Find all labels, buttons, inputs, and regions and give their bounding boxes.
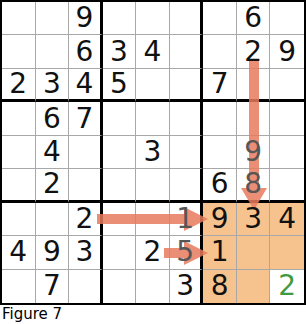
cell-r2c8: 2 — [237, 35, 271, 68]
digit-r7c6: 1 — [176, 205, 194, 233]
sudoku-grid: 96634292345767439268219344932517382 — [2, 2, 304, 303]
cell-r8c1: 4 — [2, 236, 36, 269]
digit-r7c7: 9 — [211, 205, 229, 233]
cell-r6c3 — [69, 169, 103, 202]
cell-r2c7 — [203, 35, 237, 68]
cell-r3c4: 5 — [103, 69, 137, 102]
cell-r9c9: 2 — [270, 270, 304, 303]
digit-r7c8: 3 — [244, 205, 262, 233]
digit-r8c6: 5 — [176, 238, 194, 266]
cell-r1c9 — [270, 2, 304, 35]
cell-r2c9: 9 — [270, 35, 304, 68]
cell-r1c2 — [36, 2, 70, 35]
digit-r2c5: 4 — [144, 38, 162, 66]
digit-r6c2: 2 — [43, 170, 61, 198]
sudoku-board: 96634292345767439268219344932517382 — [0, 0, 306, 305]
cell-r6c2: 2 — [36, 169, 70, 202]
cell-r9c4 — [103, 270, 137, 303]
cell-r2c2 — [36, 35, 70, 68]
cell-r8c8 — [237, 236, 271, 269]
digit-r2c9: 9 — [278, 38, 296, 66]
cell-r9c7: 8 — [203, 270, 237, 303]
cell-r6c5 — [136, 169, 170, 202]
cell-r1c5 — [136, 2, 170, 35]
cell-r4c3: 7 — [69, 102, 103, 135]
digit-r8c1: 4 — [9, 238, 27, 266]
digit-r2c4: 3 — [110, 38, 128, 66]
digit-r2c3: 6 — [75, 38, 93, 66]
cell-r3c5 — [136, 69, 170, 102]
digit-r3c4: 5 — [110, 70, 128, 98]
digit-r7c9: 4 — [278, 205, 296, 233]
cell-r5c4 — [103, 136, 137, 169]
cell-r7c1 — [2, 203, 36, 236]
digit-r6c8: 8 — [244, 170, 262, 198]
cell-r5c6 — [170, 136, 204, 169]
sudoku-figure: 96634292345767439268219344932517382 Figu… — [0, 0, 306, 323]
arrow-row7-right-body — [97, 214, 185, 224]
cell-r3c9 — [270, 69, 304, 102]
cell-r8c3: 3 — [69, 236, 103, 269]
cell-r9c8 — [237, 270, 271, 303]
cell-r5c5: 3 — [136, 136, 170, 169]
cell-r7c2 — [36, 203, 70, 236]
digit-r8c7: 1 — [211, 238, 229, 266]
cell-r4c4 — [103, 102, 137, 135]
cell-r2c1 — [2, 35, 36, 68]
cell-r9c1 — [2, 270, 36, 303]
cell-r8c4 — [103, 236, 137, 269]
digit-r3c3: 4 — [75, 70, 93, 98]
cell-r8c7: 1 — [203, 236, 237, 269]
digit-r6c7: 6 — [211, 170, 229, 198]
digit-r2c8: 2 — [244, 38, 262, 66]
cell-r9c6: 3 — [170, 270, 204, 303]
cell-r6c4 — [103, 169, 137, 202]
digit-r3c7: 7 — [211, 70, 229, 98]
cell-r5c7 — [203, 136, 237, 169]
digit-r3c2: 3 — [43, 70, 61, 98]
cell-r7c7: 9 — [203, 203, 237, 236]
cell-r8c2: 9 — [36, 236, 70, 269]
cell-r1c1 — [2, 2, 36, 35]
digit-r9c7: 8 — [211, 272, 229, 300]
cell-r9c3 — [69, 270, 103, 303]
cell-r8c9 — [270, 236, 304, 269]
cell-r5c1 — [2, 136, 36, 169]
cell-r3c7: 7 — [203, 69, 237, 102]
digit-r1c8: 6 — [244, 4, 262, 32]
cell-r4c9 — [270, 102, 304, 135]
digit-r9c9: 2 — [278, 272, 296, 300]
digit-r5c8: 9 — [244, 138, 262, 166]
cell-r2c3: 6 — [69, 35, 103, 68]
digit-r8c3: 3 — [75, 238, 93, 266]
cell-r4c5 — [136, 102, 170, 135]
cell-r3c2: 3 — [36, 69, 70, 102]
cell-r1c4 — [103, 2, 137, 35]
cell-r4c7 — [203, 102, 237, 135]
digit-r9c2: 7 — [43, 272, 61, 300]
digit-r5c5: 3 — [144, 138, 162, 166]
digit-r8c5: 2 — [144, 238, 162, 266]
cell-r1c8: 6 — [237, 2, 271, 35]
cell-r6c9 — [270, 169, 304, 202]
cell-r4c6 — [170, 102, 204, 135]
cell-r1c3: 9 — [69, 2, 103, 35]
cell-r5c2: 4 — [36, 136, 70, 169]
digit-r3c1: 2 — [9, 70, 27, 98]
cell-r6c1 — [2, 169, 36, 202]
cell-r6c6 — [170, 169, 204, 202]
cell-r3c1: 2 — [2, 69, 36, 102]
cell-r1c6 — [170, 2, 204, 35]
digit-r1c3: 9 — [75, 4, 93, 32]
cell-r1c7 — [203, 2, 237, 35]
digit-r7c3: 2 — [75, 205, 93, 233]
digit-r4c3: 7 — [75, 105, 93, 133]
digit-r4c2: 6 — [43, 105, 61, 133]
cell-r5c8: 9 — [237, 136, 271, 169]
cell-r4c2: 6 — [36, 102, 70, 135]
digit-r8c2: 9 — [43, 238, 61, 266]
digit-r9c6: 3 — [176, 272, 194, 300]
digit-r5c2: 4 — [43, 138, 61, 166]
cell-r7c9: 4 — [270, 203, 304, 236]
cell-r9c5 — [136, 270, 170, 303]
cell-r5c9 — [270, 136, 304, 169]
cell-r6c7: 6 — [203, 169, 237, 202]
figure-caption: Figure 7 — [0, 305, 306, 323]
cell-r5c3 — [69, 136, 103, 169]
cell-r2c4: 3 — [103, 35, 137, 68]
cell-r2c6 — [170, 35, 204, 68]
cell-r3c3: 4 — [69, 69, 103, 102]
cell-r3c6 — [170, 69, 204, 102]
cell-r4c1 — [2, 102, 36, 135]
cell-r2c5: 4 — [136, 35, 170, 68]
cell-r9c2: 7 — [36, 270, 70, 303]
